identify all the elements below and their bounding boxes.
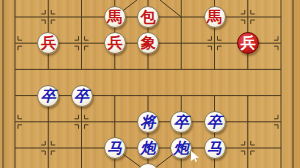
piece-glyph: 卒	[74, 85, 89, 107]
blue-cannon[interactable]: 炮	[137, 137, 159, 159]
blue-horse[interactable]: 马	[204, 137, 226, 159]
piece-glyph: 包	[141, 6, 156, 28]
red-soldier[interactable]: 兵	[37, 32, 59, 54]
piece-glyph: 兵	[240, 32, 255, 54]
piece-glyph: 卒	[41, 85, 56, 107]
piece-glyph: 马	[107, 137, 122, 159]
blue-soldier[interactable]: 卒	[204, 111, 226, 133]
blue-soldier[interactable]: 卒	[71, 85, 93, 107]
piece-glyph: 马	[207, 137, 222, 159]
blue-soldier[interactable]: 卒	[170, 111, 192, 133]
blue-horse[interactable]: 马	[104, 137, 126, 159]
piece-glyph: 馬	[107, 6, 122, 28]
piece-glyph: 象	[141, 32, 156, 54]
piece-glyph: 兵	[107, 32, 122, 54]
piece-glyph: 炮	[141, 137, 156, 159]
blue-cannon[interactable]: 炮	[170, 137, 192, 159]
blue-general[interactable]: 将	[137, 111, 159, 133]
piece-glyph: 兵	[41, 32, 56, 54]
blue-soldier[interactable]: 卒	[37, 85, 59, 107]
red-soldier[interactable]: 兵	[104, 32, 126, 54]
piece-glyph: 炮	[174, 137, 189, 159]
piece-glyph: 卒	[174, 111, 189, 133]
red-horse[interactable]: 馬	[104, 6, 126, 28]
piece-glyph: 将	[141, 111, 156, 133]
red-elephant[interactable]: 象	[137, 32, 159, 54]
piece-glyph: 馬	[207, 6, 222, 28]
xiangqi-board[interactable]: 馬包馬兵兵象兵卒卒将卒卒马炮炮马	[0, 0, 300, 168]
piece-glyph: 卒	[207, 111, 222, 133]
red-cannon[interactable]: 包	[137, 6, 159, 28]
red-horse[interactable]: 馬	[204, 6, 226, 28]
red-soldier-highlighted[interactable]: 兵	[237, 32, 259, 54]
